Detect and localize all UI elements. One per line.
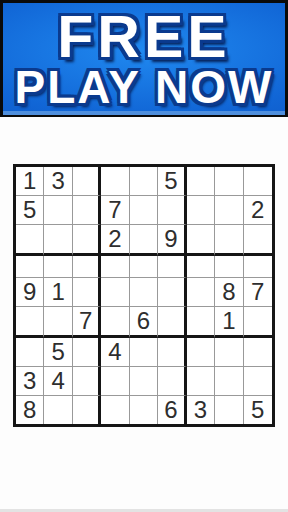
sudoku-cell-r8c2[interactable]: 4 bbox=[44, 367, 72, 396]
sudoku-cell-r7c8[interactable] bbox=[215, 338, 243, 367]
sudoku-cell-r3c6[interactable]: 9 bbox=[158, 225, 186, 256]
sudoku-cell-r5c1[interactable]: 9 bbox=[16, 278, 44, 307]
sudoku-cell-r6c6[interactable] bbox=[158, 307, 186, 338]
banner-text-free: FREE bbox=[57, 9, 230, 65]
sudoku-cell-r4c1[interactable] bbox=[16, 256, 44, 278]
sudoku-cell-r4c7[interactable] bbox=[187, 256, 215, 278]
sudoku-cell-r1c1[interactable]: 1 bbox=[16, 167, 44, 196]
sudoku-cell-r1c7[interactable] bbox=[187, 167, 215, 196]
sudoku-cell-r2c4[interactable]: 7 bbox=[101, 196, 129, 225]
sudoku-cell-r7c7[interactable] bbox=[187, 338, 215, 367]
sudoku-cell-r5c2[interactable]: 1 bbox=[44, 278, 72, 307]
sudoku-cell-r2c3[interactable] bbox=[73, 196, 101, 225]
sudoku-cell-r5c7[interactable] bbox=[187, 278, 215, 307]
sudoku-cell-r7c3[interactable] bbox=[73, 338, 101, 367]
sudoku-cell-r1c3[interactable] bbox=[73, 167, 101, 196]
sudoku-cell-r6c1[interactable] bbox=[16, 307, 44, 338]
sudoku-cell-r9c3[interactable] bbox=[73, 396, 101, 424]
sudoku-cell-r4c8[interactable] bbox=[215, 256, 243, 278]
sudoku-cell-r2c5[interactable] bbox=[130, 196, 158, 225]
sudoku-cell-r1c8[interactable] bbox=[215, 167, 243, 196]
sudoku-cell-r3c7[interactable] bbox=[187, 225, 215, 256]
sudoku-cell-r4c9[interactable] bbox=[244, 256, 272, 278]
sudoku-cell-r7c6[interactable] bbox=[158, 338, 186, 367]
sudoku-cell-r5c6[interactable] bbox=[158, 278, 186, 307]
sudoku-cell-r8c4[interactable] bbox=[101, 367, 129, 396]
sudoku-cell-r9c8[interactable] bbox=[215, 396, 243, 424]
sudoku-cell-r8c5[interactable] bbox=[130, 367, 158, 396]
sudoku-cell-r1c6[interactable]: 5 bbox=[158, 167, 186, 196]
sudoku-cell-r2c9[interactable]: 2 bbox=[244, 196, 272, 225]
banner-text-play-now: PLAY NOW bbox=[15, 65, 274, 109]
sudoku-cell-r8c7[interactable] bbox=[187, 367, 215, 396]
sudoku-cell-r8c9[interactable] bbox=[244, 367, 272, 396]
sudoku-cell-r6c2[interactable] bbox=[44, 307, 72, 338]
sudoku-cell-r2c1[interactable]: 5 bbox=[16, 196, 44, 225]
sudoku-cell-r8c1[interactable]: 3 bbox=[16, 367, 44, 396]
sudoku-cell-r1c5[interactable] bbox=[130, 167, 158, 196]
sudoku-cell-r3c2[interactable] bbox=[44, 225, 72, 256]
sudoku-cell-r4c6[interactable] bbox=[158, 256, 186, 278]
sudoku-cell-r7c2[interactable]: 5 bbox=[44, 338, 72, 367]
sudoku-cell-r3c8[interactable] bbox=[215, 225, 243, 256]
sudoku-cell-r6c3[interactable]: 7 bbox=[73, 307, 101, 338]
sudoku-cell-r6c5[interactable]: 6 bbox=[130, 307, 158, 338]
sudoku-cell-r6c4[interactable] bbox=[101, 307, 129, 338]
sudoku-cell-r4c2[interactable] bbox=[44, 256, 72, 278]
sudoku-cell-r6c7[interactable] bbox=[187, 307, 215, 338]
sudoku-cell-r9c5[interactable] bbox=[130, 396, 158, 424]
sudoku-cell-r5c9[interactable]: 7 bbox=[244, 278, 272, 307]
sudoku-grid: 13557229918776154348635 bbox=[13, 164, 275, 427]
sudoku-cell-r8c6[interactable] bbox=[158, 367, 186, 396]
free-play-now-banner[interactable]: FREE PLAY NOW bbox=[0, 0, 288, 117]
sudoku-cell-r9c1[interactable]: 8 bbox=[16, 396, 44, 424]
sudoku-cell-r5c3[interactable] bbox=[73, 278, 101, 307]
sudoku-cell-r2c6[interactable] bbox=[158, 196, 186, 225]
sudoku-cell-r7c9[interactable] bbox=[244, 338, 272, 367]
sudoku-cell-r1c9[interactable] bbox=[244, 167, 272, 196]
sudoku-cell-r5c4[interactable] bbox=[101, 278, 129, 307]
sudoku-cell-r9c7[interactable]: 3 bbox=[187, 396, 215, 424]
sudoku-cell-r6c8[interactable]: 1 bbox=[215, 307, 243, 338]
sudoku-cell-r2c8[interactable] bbox=[215, 196, 243, 225]
sudoku-cell-r5c5[interactable] bbox=[130, 278, 158, 307]
sudoku-cell-r9c4[interactable] bbox=[101, 396, 129, 424]
sudoku-cell-r3c5[interactable] bbox=[130, 225, 158, 256]
sudoku-cell-r5c8[interactable]: 8 bbox=[215, 278, 243, 307]
sudoku-cell-r2c7[interactable] bbox=[187, 196, 215, 225]
sudoku-cell-r9c9[interactable]: 5 bbox=[244, 396, 272, 424]
sudoku-cell-r3c1[interactable] bbox=[16, 225, 44, 256]
sudoku-cell-r3c3[interactable] bbox=[73, 225, 101, 256]
sudoku-cell-r3c4[interactable]: 2 bbox=[101, 225, 129, 256]
sudoku-cell-r9c2[interactable] bbox=[44, 396, 72, 424]
sudoku-cell-r7c1[interactable] bbox=[16, 338, 44, 367]
sudoku-cell-r8c3[interactable] bbox=[73, 367, 101, 396]
sudoku-cell-r8c8[interactable] bbox=[215, 367, 243, 396]
sudoku-cell-r9c6[interactable]: 6 bbox=[158, 396, 186, 424]
sudoku-cell-r1c4[interactable] bbox=[101, 167, 129, 196]
sudoku-cell-r4c3[interactable] bbox=[73, 256, 101, 278]
sudoku-cell-r6c9[interactable] bbox=[244, 307, 272, 338]
sudoku-cell-r4c5[interactable] bbox=[130, 256, 158, 278]
sudoku-cell-r1c2[interactable]: 3 bbox=[44, 167, 72, 196]
sudoku-cell-r3c9[interactable] bbox=[244, 225, 272, 256]
sudoku-cell-r4c4[interactable] bbox=[101, 256, 129, 278]
sudoku-cell-r2c2[interactable] bbox=[44, 196, 72, 225]
sudoku-cell-r7c4[interactable]: 4 bbox=[101, 338, 129, 367]
sudoku-cell-r7c5[interactable] bbox=[130, 338, 158, 367]
